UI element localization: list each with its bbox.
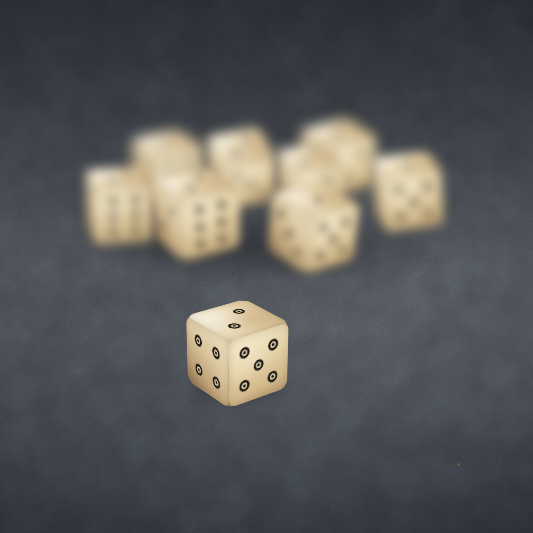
pip — [212, 373, 221, 392]
pip — [130, 226, 140, 236]
pip — [267, 368, 279, 385]
photo-scene — [0, 0, 533, 533]
pip — [108, 212, 118, 222]
pip — [122, 171, 133, 175]
pip — [194, 332, 202, 350]
pip — [169, 205, 174, 219]
pip — [342, 172, 350, 183]
pip — [379, 181, 382, 194]
pip — [108, 196, 118, 206]
pip — [267, 336, 279, 353]
pip — [164, 134, 176, 139]
pip — [257, 187, 266, 196]
pip — [253, 357, 265, 374]
pip — [158, 144, 170, 149]
pip — [195, 238, 205, 251]
die-background-far-left-face-front — [94, 186, 154, 245]
pip — [329, 135, 342, 140]
pip — [185, 155, 193, 165]
pip — [232, 172, 241, 181]
pip — [394, 184, 405, 195]
rust-speck-2 — [332, 505, 334, 507]
die-background-far-left — [90, 176, 148, 234]
pip — [285, 226, 293, 240]
die-background-far-right-face-front — [383, 170, 444, 233]
pip — [311, 197, 326, 203]
pip — [195, 360, 203, 378]
pip — [334, 124, 347, 129]
pip — [91, 220, 93, 233]
pip — [293, 246, 301, 260]
pip — [229, 307, 249, 315]
pip — [130, 195, 140, 205]
pip — [130, 210, 140, 220]
pip — [238, 377, 250, 394]
pip — [216, 199, 226, 212]
pip — [168, 159, 176, 169]
die-background-center-left — [164, 181, 228, 245]
pip — [358, 149, 366, 160]
pip — [409, 196, 419, 207]
pip — [338, 244, 347, 256]
pip — [108, 227, 118, 237]
pip — [137, 151, 141, 162]
pip — [217, 232, 227, 244]
pip — [309, 148, 320, 153]
pip — [245, 180, 254, 189]
pip — [342, 216, 351, 228]
pip — [194, 204, 204, 217]
pip — [400, 163, 412, 168]
pip — [224, 322, 245, 331]
pip — [299, 159, 310, 164]
pip — [277, 207, 284, 221]
pip — [212, 344, 221, 363]
pip — [183, 186, 198, 192]
pip — [422, 181, 432, 192]
pip — [241, 135, 253, 142]
pip — [91, 189, 93, 202]
pip — [395, 211, 405, 222]
dice-layer — [0, 0, 533, 533]
pip — [229, 149, 241, 156]
pip — [315, 250, 324, 262]
pip — [328, 233, 337, 245]
pip — [194, 221, 204, 234]
die-background-center-right — [282, 196, 344, 258]
pip — [318, 221, 327, 233]
pip — [423, 208, 433, 219]
pip — [217, 216, 227, 229]
pip — [91, 205, 93, 218]
pip — [147, 159, 151, 170]
die-background-far-right — [378, 162, 436, 220]
pip — [88, 181, 90, 194]
pip — [238, 344, 250, 361]
pip — [192, 174, 207, 180]
die-foreground — [201, 316, 273, 388]
pip — [88, 211, 90, 224]
rust-speck-1 — [457, 463, 460, 466]
pip — [88, 197, 90, 210]
pip — [161, 219, 166, 233]
pip — [106, 180, 118, 184]
pip — [376, 194, 379, 207]
